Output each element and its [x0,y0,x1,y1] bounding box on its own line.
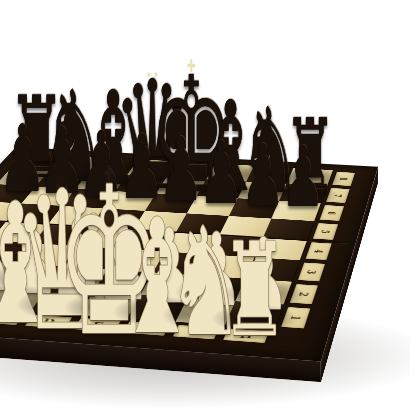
square-h1 [225,301,284,329]
chess-set-photo: ABCDEFGH12345678 ♜♞♝♛• •♚✚♝♞♜♟♟♟♟♟♟♟♟♟♟♟… [0,0,416,416]
board-near-edge-face [0,327,321,382]
rank-label-2: 2 [290,284,318,304]
rank-label-5: 5 [313,223,338,240]
file-label-d: D [25,315,72,329]
board-grid [0,153,333,329]
square-h4 [254,237,307,260]
square-h2 [235,279,292,305]
perspective-wrapper: ABCDEFGH12345678 [0,0,416,416]
rank-label-4: 4 [306,242,332,260]
rank-label-1: 1 [281,307,310,329]
file-label-e: E [74,318,121,332]
rank-label-6: 6 [320,205,344,221]
square-h3 [245,257,300,281]
rank-label-7: 7 [326,188,350,203]
chess-board: ABCDEFGH12345678 [0,147,378,361]
rank-label-3: 3 [298,262,325,281]
rank-label-8: 8 [332,172,355,186]
file-label-h: H [223,328,269,343]
file-label-f: F [123,321,170,335]
file-label-c: C [0,311,24,325]
file-label-g: G [173,325,219,339]
